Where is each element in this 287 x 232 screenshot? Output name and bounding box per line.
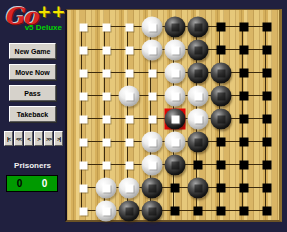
board-intersection[interactable] bbox=[72, 39, 95, 62]
board-intersection[interactable] bbox=[118, 154, 141, 177]
board-intersection[interactable] bbox=[233, 200, 256, 223]
sidebar: Go++ v5 Deluxe New GameMove NowPassTakeb… bbox=[0, 0, 65, 232]
white-territory-marker bbox=[79, 184, 87, 192]
board-intersection[interactable] bbox=[164, 131, 187, 154]
board-intersection[interactable] bbox=[256, 131, 279, 154]
board-intersection[interactable] bbox=[233, 131, 256, 154]
stone-center-marker bbox=[194, 23, 202, 31]
white-stone bbox=[142, 155, 163, 176]
board-intersection[interactable] bbox=[164, 85, 187, 108]
move-navigation-buttons: |<<<<>>>>| bbox=[4, 131, 64, 146]
board-intersection[interactable] bbox=[256, 108, 279, 131]
board-intersection[interactable] bbox=[164, 177, 187, 200]
white-territory-marker bbox=[102, 161, 110, 169]
white-territory-marker bbox=[125, 138, 133, 146]
board-intersection[interactable] bbox=[233, 154, 256, 177]
black-stone bbox=[119, 201, 140, 222]
stone-center-marker bbox=[194, 46, 202, 54]
nav-back-10-button[interactable]: << bbox=[14, 131, 23, 146]
board-intersection[interactable] bbox=[164, 16, 187, 39]
prisoners-count-right: 0 bbox=[32, 176, 57, 191]
black-territory-marker bbox=[217, 23, 226, 32]
board-intersection[interactable] bbox=[72, 200, 95, 223]
black-territory-marker bbox=[263, 92, 272, 101]
board-intersection[interactable] bbox=[256, 200, 279, 223]
stone-center-marker bbox=[102, 207, 110, 215]
stone-center-marker bbox=[171, 23, 179, 31]
stone-center-marker bbox=[171, 138, 179, 146]
white-territory-marker bbox=[125, 161, 133, 169]
board-intersection[interactable] bbox=[210, 200, 233, 223]
board-intersection[interactable] bbox=[210, 85, 233, 108]
black-stone bbox=[211, 109, 232, 130]
black-territory-marker bbox=[263, 69, 272, 78]
stone-center-marker bbox=[194, 69, 202, 77]
white-territory-marker bbox=[102, 138, 110, 146]
black-territory-marker bbox=[240, 46, 249, 55]
black-stone bbox=[188, 178, 209, 199]
black-stone bbox=[211, 86, 232, 107]
black-stone bbox=[188, 17, 209, 38]
board-intersection[interactable] bbox=[141, 85, 164, 108]
white-stone bbox=[96, 201, 117, 222]
go-board[interactable] bbox=[65, 9, 282, 222]
board-intersection[interactable] bbox=[118, 62, 141, 85]
white-stone bbox=[165, 63, 186, 84]
board-intersection[interactable] bbox=[141, 200, 164, 223]
black-territory-marker bbox=[263, 138, 272, 147]
white-territory-marker bbox=[102, 115, 110, 123]
black-territory-marker bbox=[171, 184, 180, 193]
white-territory-marker bbox=[79, 161, 87, 169]
black-territory-marker bbox=[263, 184, 272, 193]
stone-center-marker bbox=[171, 69, 179, 77]
white-territory-marker bbox=[79, 23, 87, 31]
black-territory-marker bbox=[240, 23, 249, 32]
stone-center-marker bbox=[125, 92, 133, 100]
black-territory-marker bbox=[263, 23, 272, 32]
board-intersection[interactable] bbox=[233, 39, 256, 62]
board-intersection[interactable] bbox=[256, 39, 279, 62]
board-intersection[interactable] bbox=[141, 108, 164, 131]
board-intersection[interactable] bbox=[118, 39, 141, 62]
stone-center-marker bbox=[102, 184, 110, 192]
prisoners-counter: 0 0 bbox=[6, 175, 58, 192]
white-territory-marker bbox=[79, 207, 87, 215]
action-buttons: New GameMove NowPassTakeback bbox=[9, 43, 56, 127]
board-intersection[interactable] bbox=[210, 177, 233, 200]
new-game-button[interactable]: New Game bbox=[9, 43, 56, 59]
board-intersection[interactable] bbox=[118, 131, 141, 154]
black-stone bbox=[188, 63, 209, 84]
board-intersection[interactable] bbox=[164, 39, 187, 62]
stone-center-marker bbox=[194, 92, 202, 100]
white-stone bbox=[142, 17, 163, 38]
white-territory-marker bbox=[125, 115, 133, 123]
board-intersection[interactable] bbox=[164, 154, 187, 177]
white-territory-marker bbox=[102, 69, 110, 77]
board-intersection[interactable] bbox=[256, 85, 279, 108]
board-intersection[interactable] bbox=[141, 154, 164, 177]
stone-center-marker bbox=[171, 161, 179, 169]
board-intersection[interactable] bbox=[95, 62, 118, 85]
white-territory-marker bbox=[102, 46, 110, 54]
white-territory-marker bbox=[125, 69, 133, 77]
stone-center-marker bbox=[217, 69, 225, 77]
prisoners-count-left: 0 bbox=[7, 176, 32, 191]
board-intersection[interactable] bbox=[95, 16, 118, 39]
board-intersection[interactable] bbox=[141, 62, 164, 85]
board-intersection[interactable] bbox=[118, 108, 141, 131]
board-intersection[interactable] bbox=[118, 177, 141, 200]
board-intersection[interactable] bbox=[95, 108, 118, 131]
black-territory-marker bbox=[194, 161, 203, 170]
nav-back-button[interactable]: < bbox=[24, 131, 33, 146]
board-intersection[interactable] bbox=[210, 16, 233, 39]
black-territory-marker bbox=[240, 184, 249, 193]
stone-center-marker bbox=[148, 161, 156, 169]
stone-center-marker bbox=[217, 115, 225, 123]
stone-center-marker bbox=[171, 46, 179, 54]
white-territory-marker bbox=[79, 138, 87, 146]
black-territory-marker bbox=[217, 46, 226, 55]
board-intersection[interactable] bbox=[233, 108, 256, 131]
stone-center-marker bbox=[194, 138, 202, 146]
white-territory-marker bbox=[79, 92, 87, 100]
board-intersection[interactable] bbox=[187, 39, 210, 62]
black-stone bbox=[165, 155, 186, 176]
black-territory-marker bbox=[217, 161, 226, 170]
white-stone bbox=[119, 178, 140, 199]
nav-forward-button[interactable]: > bbox=[34, 131, 43, 146]
black-territory-marker bbox=[240, 138, 249, 147]
board-intersection[interactable] bbox=[118, 85, 141, 108]
stone-center-marker bbox=[148, 184, 156, 192]
board-intersection[interactable] bbox=[187, 108, 210, 131]
black-territory-marker bbox=[263, 207, 272, 216]
board-intersection[interactable] bbox=[164, 108, 187, 131]
stone-center-marker bbox=[171, 92, 179, 100]
black-stone bbox=[188, 40, 209, 61]
stone-center-marker bbox=[148, 207, 156, 215]
board-intersection[interactable] bbox=[256, 62, 279, 85]
black-stone bbox=[188, 132, 209, 153]
white-territory-marker bbox=[148, 69, 156, 77]
board-intersection[interactable] bbox=[187, 62, 210, 85]
stone-center-marker bbox=[148, 138, 156, 146]
board-intersection[interactable] bbox=[95, 154, 118, 177]
black-territory-marker bbox=[263, 161, 272, 170]
board-intersection[interactable] bbox=[72, 85, 95, 108]
board-intersection[interactable] bbox=[72, 131, 95, 154]
board-intersection[interactable] bbox=[256, 154, 279, 177]
board-intersection[interactable] bbox=[233, 85, 256, 108]
board-intersection[interactable] bbox=[141, 16, 164, 39]
stone-center-marker bbox=[125, 207, 133, 215]
board-intersection[interactable] bbox=[72, 154, 95, 177]
board-intersection[interactable] bbox=[187, 131, 210, 154]
logo-text-plus-plus: ++ bbox=[37, 1, 66, 21]
white-territory-marker bbox=[79, 69, 87, 77]
board-intersection[interactable] bbox=[141, 131, 164, 154]
white-territory-marker bbox=[125, 46, 133, 54]
black-territory-marker bbox=[263, 46, 272, 55]
board-intersection[interactable] bbox=[233, 16, 256, 39]
board-intersection[interactable] bbox=[210, 131, 233, 154]
board-intersection[interactable] bbox=[141, 39, 164, 62]
stone-center-marker bbox=[171, 115, 179, 123]
board-intersection[interactable] bbox=[210, 108, 233, 131]
board-intersection[interactable] bbox=[95, 39, 118, 62]
board-intersection[interactable] bbox=[141, 177, 164, 200]
board-intersection[interactable] bbox=[187, 85, 210, 108]
board-intersection[interactable] bbox=[210, 39, 233, 62]
board-intersection[interactable] bbox=[187, 200, 210, 223]
board-intersection[interactable] bbox=[187, 177, 210, 200]
stone-center-marker bbox=[194, 184, 202, 192]
white-territory-marker bbox=[79, 46, 87, 54]
black-territory-marker bbox=[240, 92, 249, 101]
stone-center-marker bbox=[217, 92, 225, 100]
pass-button[interactable]: Pass bbox=[9, 85, 56, 101]
board-intersection[interactable] bbox=[256, 16, 279, 39]
white-stone bbox=[188, 109, 209, 130]
board-intersection[interactable] bbox=[210, 154, 233, 177]
app-logo: Go++ v5 Deluxe bbox=[4, 2, 64, 32]
white-territory-marker bbox=[102, 92, 110, 100]
white-stone bbox=[165, 40, 186, 61]
board-intersection[interactable] bbox=[118, 200, 141, 223]
black-territory-marker bbox=[263, 115, 272, 124]
board-intersection[interactable] bbox=[118, 16, 141, 39]
white-territory-marker bbox=[148, 115, 156, 123]
board-intersection[interactable] bbox=[72, 177, 95, 200]
black-stone bbox=[142, 178, 163, 199]
takeback-button[interactable]: Takeback bbox=[9, 106, 56, 122]
white-territory-marker bbox=[79, 115, 87, 123]
white-stone bbox=[96, 178, 117, 199]
black-territory-marker bbox=[217, 138, 226, 147]
black-territory-marker bbox=[217, 184, 226, 193]
board-intersection[interactable] bbox=[95, 200, 118, 223]
black-territory-marker bbox=[217, 207, 226, 216]
stone-center-marker bbox=[194, 115, 202, 123]
white-stone bbox=[188, 86, 209, 107]
black-territory-marker bbox=[240, 207, 249, 216]
board-intersection[interactable] bbox=[187, 154, 210, 177]
white-stone bbox=[142, 132, 163, 153]
board-intersection[interactable] bbox=[164, 200, 187, 223]
board-intersection[interactable] bbox=[233, 177, 256, 200]
board-intersection[interactable] bbox=[210, 62, 233, 85]
board-intersection[interactable] bbox=[95, 131, 118, 154]
nav-end-button[interactable]: >| bbox=[54, 131, 63, 146]
board-intersection[interactable] bbox=[72, 108, 95, 131]
white-territory-marker bbox=[148, 92, 156, 100]
white-territory-marker bbox=[102, 23, 110, 31]
black-stone-last-move bbox=[165, 109, 186, 130]
black-territory-marker bbox=[240, 115, 249, 124]
black-territory-marker bbox=[240, 69, 249, 78]
white-stone bbox=[165, 132, 186, 153]
white-stone bbox=[119, 86, 140, 107]
stone-center-marker bbox=[148, 46, 156, 54]
move-now-button[interactable]: Move Now bbox=[9, 64, 56, 80]
board-intersection[interactable] bbox=[256, 177, 279, 200]
prisoners-label: Prisoners bbox=[0, 161, 65, 170]
black-territory-marker bbox=[171, 207, 180, 216]
white-stone bbox=[142, 40, 163, 61]
black-stone bbox=[142, 201, 163, 222]
board-intersection[interactable] bbox=[233, 62, 256, 85]
board-intersection[interactable] bbox=[72, 16, 95, 39]
stone-center-marker bbox=[125, 184, 133, 192]
board-intersection[interactable] bbox=[72, 62, 95, 85]
black-territory-marker bbox=[194, 207, 203, 216]
nav-forward-10-button[interactable]: >> bbox=[44, 131, 53, 146]
white-territory-marker bbox=[125, 23, 133, 31]
nav-start-button[interactable]: |< bbox=[4, 131, 13, 146]
board-intersection[interactable] bbox=[164, 62, 187, 85]
white-stone bbox=[165, 86, 186, 107]
stone-center-marker bbox=[148, 23, 156, 31]
board-intersection[interactable] bbox=[187, 16, 210, 39]
black-stone bbox=[211, 63, 232, 84]
black-territory-marker bbox=[240, 161, 249, 170]
black-stone bbox=[165, 17, 186, 38]
board-intersection[interactable] bbox=[95, 177, 118, 200]
board-intersection[interactable] bbox=[95, 85, 118, 108]
